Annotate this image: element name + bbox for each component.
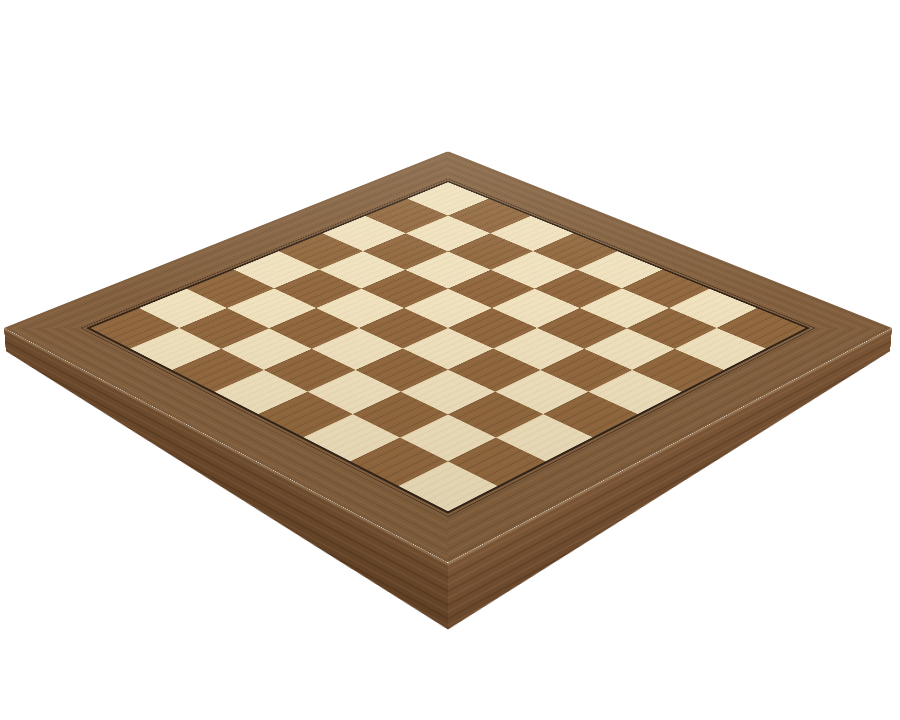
square-e4 (403, 328, 494, 370)
square-h7 (675, 328, 766, 370)
square-g2 (400, 414, 496, 461)
square-f2 (353, 392, 448, 438)
square-e3 (356, 349, 448, 392)
square-d2 (264, 349, 356, 392)
square-d1 (214, 370, 307, 414)
square-h5 (588, 370, 681, 414)
square-h3 (496, 414, 592, 461)
square-g5 (540, 349, 632, 392)
square-h2 (448, 437, 546, 486)
square-e1 (258, 392, 353, 438)
square-g4 (495, 370, 588, 414)
square-f1 (304, 414, 400, 461)
board-scene (0, 0, 900, 720)
square-h1 (398, 461, 497, 511)
square-g3 (448, 392, 543, 438)
square-f3 (401, 370, 494, 414)
product-photo-background: Walnut and maple chess board (0, 0, 900, 720)
square-d3 (312, 328, 403, 370)
square-g1 (350, 437, 448, 486)
square-f5 (493, 328, 584, 370)
square-f4 (448, 349, 540, 392)
square-c2 (221, 328, 312, 370)
square-g6 (584, 328, 675, 370)
square-h4 (543, 392, 638, 438)
board-top-surface (4, 151, 892, 562)
square-c1 (172, 349, 264, 392)
square-b1 (130, 328, 221, 370)
square-e2 (308, 370, 401, 414)
square-h6 (632, 349, 724, 392)
chess-board (4, 151, 892, 562)
